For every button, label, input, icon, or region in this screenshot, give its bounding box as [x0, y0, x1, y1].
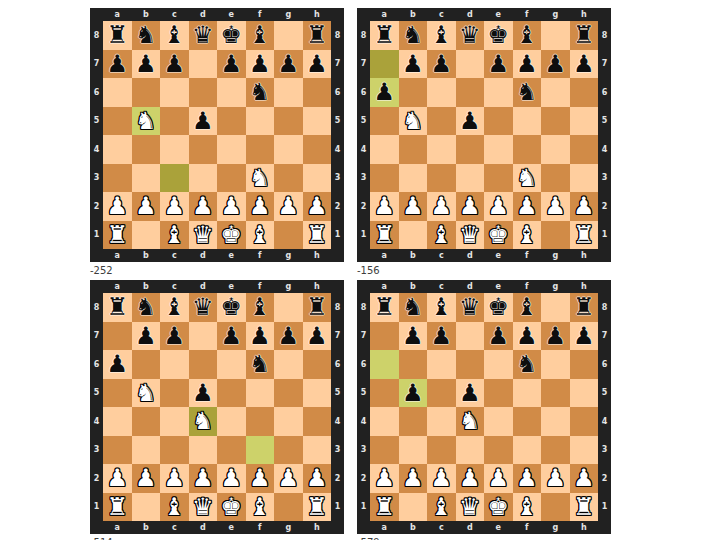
- square-g3: [274, 164, 303, 193]
- black-king: ♚: [487, 23, 509, 47]
- square-d2: ♟: [189, 464, 218, 493]
- square-e3: [217, 164, 246, 193]
- rank-label-5: 5: [331, 107, 344, 136]
- black-bishop: ♝: [430, 295, 452, 319]
- black-queen: ♛: [459, 23, 481, 47]
- square-a2: ♟: [103, 192, 132, 221]
- black-pawn: ♟: [249, 324, 271, 348]
- rank-label-8: 8: [90, 21, 103, 50]
- rank-label-5: 5: [331, 379, 344, 408]
- file-label-b: b: [132, 521, 161, 534]
- square-e7: ♟: [484, 322, 513, 351]
- black-pawn: ♟: [277, 52, 299, 76]
- square-c5: [427, 379, 456, 408]
- square-f3: ♞: [246, 164, 275, 193]
- black-rook: ♜: [306, 23, 328, 47]
- square-d6: [189, 78, 218, 107]
- square-e7: ♟: [217, 50, 246, 79]
- file-label-b: b: [399, 8, 428, 21]
- square-d1: ♛: [189, 493, 218, 522]
- square-f1: ♝: [246, 221, 275, 250]
- white-pawn: ♟: [573, 194, 595, 218]
- square-b2: ♟: [132, 192, 161, 221]
- rank-label-7: 7: [90, 322, 103, 351]
- white-pawn: ♟: [135, 466, 157, 490]
- square-e8: ♚: [484, 21, 513, 50]
- square-d1: ♛: [456, 221, 485, 250]
- board-margin-corner: [331, 521, 344, 534]
- square-g6: [541, 350, 570, 379]
- square-g7: ♟: [541, 322, 570, 351]
- square-d8: ♛: [456, 293, 485, 322]
- square-f4: [246, 407, 275, 436]
- rank-label-8: 8: [331, 21, 344, 50]
- square-f1: ♝: [513, 493, 542, 522]
- rank-label-1: 1: [357, 493, 370, 522]
- file-label-h: h: [303, 280, 332, 293]
- square-c5: [160, 379, 189, 408]
- file-label-h: h: [303, 8, 332, 21]
- white-pawn: ♟: [249, 466, 271, 490]
- square-a3: [103, 164, 132, 193]
- black-pawn: ♟: [430, 52, 452, 76]
- square-d8: ♛: [189, 293, 218, 322]
- white-bishop: ♝: [430, 223, 452, 247]
- rank-label-2: 2: [598, 464, 611, 493]
- file-label-g: g: [274, 280, 303, 293]
- square-b3: [399, 436, 428, 465]
- square-a1: ♜: [103, 493, 132, 522]
- square-h4: [570, 407, 599, 436]
- black-pawn: ♟: [544, 324, 566, 348]
- rank-label-2: 2: [357, 464, 370, 493]
- square-a6: ♟: [103, 350, 132, 379]
- rank-label-2: 2: [598, 192, 611, 221]
- file-label-b: b: [132, 8, 161, 21]
- square-h6: [303, 78, 332, 107]
- rank-label-8: 8: [357, 293, 370, 322]
- square-f5: [513, 379, 542, 408]
- square-d6: [456, 78, 485, 107]
- square-d4: ♞: [456, 407, 485, 436]
- file-label-c: c: [160, 8, 189, 21]
- white-pawn: ♟: [163, 466, 185, 490]
- square-h4: [570, 135, 599, 164]
- file-label-h: h: [303, 249, 332, 262]
- white-bishop: ♝: [516, 223, 538, 247]
- square-f6: ♞: [513, 78, 542, 107]
- square-b4: [399, 407, 428, 436]
- white-rook: ♜: [573, 495, 595, 519]
- square-g8: [541, 293, 570, 322]
- file-label-d: d: [456, 249, 485, 262]
- square-e5: [217, 107, 246, 136]
- square-f2: ♟: [246, 192, 275, 221]
- black-pawn: ♟: [163, 52, 185, 76]
- rank-label-5: 5: [598, 107, 611, 136]
- square-g6: [541, 78, 570, 107]
- rank-label-7: 7: [598, 322, 611, 351]
- white-pawn: ♟: [220, 466, 242, 490]
- black-pawn: ♟: [402, 381, 424, 405]
- file-label-e: e: [484, 8, 513, 21]
- rank-label-6: 6: [331, 350, 344, 379]
- board-margin-corner: [331, 249, 344, 262]
- square-h1: ♜: [303, 221, 332, 250]
- square-c7: ♟: [427, 50, 456, 79]
- square-b4: [132, 135, 161, 164]
- board-margin-corner: [331, 8, 344, 21]
- square-e1: ♚: [217, 221, 246, 250]
- file-label-c: c: [427, 280, 456, 293]
- white-king: ♚: [220, 223, 242, 247]
- file-label-c: c: [160, 280, 189, 293]
- square-c6: [160, 78, 189, 107]
- file-label-a: a: [370, 280, 399, 293]
- black-pawn: ♟: [106, 352, 128, 376]
- square-h6: [303, 350, 332, 379]
- square-b8: ♞: [132, 293, 161, 322]
- board-margin-corner: [598, 8, 611, 21]
- black-pawn: ♟: [459, 109, 481, 133]
- white-pawn: ♟: [402, 466, 424, 490]
- square-b5: ♞: [132, 107, 161, 136]
- rank-label-6: 6: [90, 78, 103, 107]
- square-g5: [541, 379, 570, 408]
- square-d7: [189, 50, 218, 79]
- file-label-f: f: [246, 521, 275, 534]
- square-f3: ♞: [513, 164, 542, 193]
- square-b7: ♟: [132, 322, 161, 351]
- square-c7: ♟: [160, 50, 189, 79]
- file-label-f: f: [246, 280, 275, 293]
- square-a6: ♟: [370, 78, 399, 107]
- black-rook: ♜: [573, 23, 595, 47]
- board-margin-corner: [357, 8, 370, 21]
- square-b8: ♞: [132, 21, 161, 50]
- square-h4: [303, 407, 332, 436]
- black-bishop: ♝: [516, 23, 538, 47]
- black-rook: ♜: [573, 295, 595, 319]
- square-a1: ♜: [370, 221, 399, 250]
- board-grid: abcdefgh8♜♞♝♛♚♝♜87♟♟♟♟♟♟♟76♞65♞♟5443♞32♟…: [90, 8, 611, 540]
- white-king: ♚: [220, 495, 242, 519]
- white-pawn: ♟: [306, 194, 328, 218]
- square-a7: [370, 322, 399, 351]
- square-e4: [484, 407, 513, 436]
- file-label-g: g: [541, 280, 570, 293]
- square-g8: [274, 21, 303, 50]
- rank-label-8: 8: [598, 293, 611, 322]
- file-label-c: c: [427, 249, 456, 262]
- file-label-e: e: [217, 521, 246, 534]
- white-pawn: ♟: [573, 466, 595, 490]
- rank-label-6: 6: [357, 78, 370, 107]
- board-margin-corner: [598, 521, 611, 534]
- square-f7: ♟: [246, 50, 275, 79]
- file-label-h: h: [570, 8, 599, 21]
- square-e2: ♟: [484, 192, 513, 221]
- file-label-e: e: [484, 249, 513, 262]
- square-d3: [189, 164, 218, 193]
- black-pawn: ♟: [430, 324, 452, 348]
- black-pawn: ♟: [487, 324, 509, 348]
- square-f5: [246, 107, 275, 136]
- square-h1: ♜: [570, 221, 599, 250]
- square-d8: ♛: [189, 21, 218, 50]
- square-d7: [456, 50, 485, 79]
- file-label-d: d: [456, 521, 485, 534]
- square-e1: ♚: [484, 221, 513, 250]
- square-d1: ♛: [189, 221, 218, 250]
- square-f4: [513, 135, 542, 164]
- file-label-a: a: [370, 521, 399, 534]
- rank-label-4: 4: [598, 407, 611, 436]
- rank-label-8: 8: [331, 293, 344, 322]
- square-b1: [132, 221, 161, 250]
- white-pawn: ♟: [220, 194, 242, 218]
- square-h8: ♜: [303, 293, 332, 322]
- square-a4: [370, 407, 399, 436]
- square-h6: [570, 78, 599, 107]
- square-e5: [217, 379, 246, 408]
- square-h2: ♟: [570, 464, 599, 493]
- file-label-a: a: [103, 8, 132, 21]
- board-margin-corner: [598, 280, 611, 293]
- white-pawn: ♟: [192, 194, 214, 218]
- black-pawn: ♟: [135, 324, 157, 348]
- square-e8: ♚: [217, 21, 246, 50]
- white-knight: ♞: [516, 166, 538, 190]
- white-rook: ♜: [373, 495, 395, 519]
- square-h2: ♟: [570, 192, 599, 221]
- square-f8: ♝: [246, 293, 275, 322]
- square-g7: ♟: [274, 50, 303, 79]
- evaluation-caption: -156: [357, 265, 611, 280]
- white-pawn: ♟: [277, 194, 299, 218]
- square-d3: [456, 436, 485, 465]
- square-f5: [246, 379, 275, 408]
- square-c4: [160, 407, 189, 436]
- black-pawn: ♟: [459, 381, 481, 405]
- file-label-g: g: [274, 249, 303, 262]
- square-a8: ♜: [370, 21, 399, 50]
- black-knight: ♞: [135, 23, 157, 47]
- square-g3: [541, 164, 570, 193]
- file-label-b: b: [399, 521, 428, 534]
- square-a1: ♜: [103, 221, 132, 250]
- square-h1: ♜: [570, 493, 599, 522]
- black-rook: ♜: [373, 295, 395, 319]
- board-margin-corner: [357, 521, 370, 534]
- white-pawn: ♟: [516, 194, 538, 218]
- rank-label-6: 6: [90, 350, 103, 379]
- square-g1: [541, 493, 570, 522]
- square-b2: ♟: [399, 192, 428, 221]
- square-e2: ♟: [484, 464, 513, 493]
- square-b6: [399, 350, 428, 379]
- square-d4: [456, 135, 485, 164]
- square-b5: ♞: [399, 107, 428, 136]
- square-e5: [484, 107, 513, 136]
- square-g7: ♟: [541, 50, 570, 79]
- file-label-c: c: [427, 8, 456, 21]
- rank-label-1: 1: [598, 221, 611, 250]
- file-label-e: e: [217, 280, 246, 293]
- black-pawn: ♟: [163, 324, 185, 348]
- file-label-d: d: [189, 8, 218, 21]
- square-g2: ♟: [541, 192, 570, 221]
- black-bishop: ♝: [163, 23, 185, 47]
- square-c4: [427, 135, 456, 164]
- file-label-e: e: [484, 521, 513, 534]
- white-pawn: ♟: [373, 466, 395, 490]
- square-d3: [456, 164, 485, 193]
- square-b6: [132, 350, 161, 379]
- file-label-h: h: [570, 249, 599, 262]
- square-g6: [274, 350, 303, 379]
- file-label-g: g: [274, 521, 303, 534]
- white-rook: ♜: [373, 223, 395, 247]
- square-h5: [303, 107, 332, 136]
- square-c7: ♟: [160, 322, 189, 351]
- board-margin-corner: [598, 249, 611, 262]
- square-g1: [541, 221, 570, 250]
- square-g2: ♟: [541, 464, 570, 493]
- white-rook: ♜: [306, 495, 328, 519]
- square-f5: [513, 107, 542, 136]
- square-g1: [274, 221, 303, 250]
- rank-label-1: 1: [331, 221, 344, 250]
- black-pawn: ♟: [192, 381, 214, 405]
- square-g4: [274, 407, 303, 436]
- square-b2: ♟: [399, 464, 428, 493]
- square-f2: ♟: [513, 192, 542, 221]
- square-c8: ♝: [427, 293, 456, 322]
- square-e4: [217, 135, 246, 164]
- square-d3: [189, 436, 218, 465]
- square-c8: ♝: [427, 21, 456, 50]
- file-label-d: d: [189, 280, 218, 293]
- square-h8: ♜: [570, 293, 599, 322]
- black-pawn: ♟: [277, 324, 299, 348]
- square-g2: ♟: [274, 192, 303, 221]
- square-f3: [246, 436, 275, 465]
- black-king: ♚: [487, 295, 509, 319]
- square-e8: ♚: [484, 293, 513, 322]
- white-rook: ♜: [106, 223, 128, 247]
- file-label-h: h: [303, 521, 332, 534]
- rank-label-5: 5: [357, 379, 370, 408]
- rank-label-7: 7: [331, 50, 344, 79]
- black-king: ♚: [220, 23, 242, 47]
- square-b2: ♟: [132, 464, 161, 493]
- square-h5: [570, 107, 599, 136]
- black-rook: ♜: [106, 23, 128, 47]
- rank-label-5: 5: [357, 107, 370, 136]
- square-a3: [103, 436, 132, 465]
- board-figure-top-right: abcdefgh8♜♞♝♛♚♝♜87♟♟♟♟♟♟76♟♞65♞♟5443♞32♟…: [357, 8, 611, 280]
- file-label-g: g: [541, 249, 570, 262]
- square-e3: [484, 164, 513, 193]
- rank-label-1: 1: [90, 493, 103, 522]
- rank-label-2: 2: [90, 192, 103, 221]
- square-h5: [303, 379, 332, 408]
- square-c6: [427, 350, 456, 379]
- file-label-a: a: [103, 249, 132, 262]
- file-label-c: c: [427, 521, 456, 534]
- square-d6: [189, 350, 218, 379]
- white-king: ♚: [487, 223, 509, 247]
- file-label-a: a: [370, 8, 399, 21]
- square-c1: ♝: [160, 221, 189, 250]
- square-c6: [160, 350, 189, 379]
- square-g5: [541, 107, 570, 136]
- board-figure-top-left: abcdefgh8♜♞♝♛♚♝♜87♟♟♟♟♟♟♟76♞65♞♟5443♞32♟…: [90, 8, 344, 280]
- square-b3: [132, 164, 161, 193]
- square-h6: [570, 350, 599, 379]
- white-queen: ♛: [459, 495, 481, 519]
- square-a5: [370, 379, 399, 408]
- white-pawn: ♟: [544, 194, 566, 218]
- square-c8: ♝: [160, 21, 189, 50]
- square-e3: [484, 436, 513, 465]
- black-pawn: ♟: [373, 80, 395, 104]
- rank-label-6: 6: [357, 350, 370, 379]
- square-c4: [427, 407, 456, 436]
- square-e4: [217, 407, 246, 436]
- white-pawn: ♟: [516, 466, 538, 490]
- file-label-b: b: [132, 280, 161, 293]
- square-g4: [274, 135, 303, 164]
- square-c7: ♟: [427, 322, 456, 351]
- black-queen: ♛: [192, 295, 214, 319]
- square-g4: [541, 407, 570, 436]
- black-pawn: ♟: [544, 52, 566, 76]
- board-margin-corner: [90, 8, 103, 21]
- square-f2: ♟: [513, 464, 542, 493]
- black-knight: ♞: [402, 295, 424, 319]
- white-pawn: ♟: [487, 466, 509, 490]
- square-f6: ♞: [246, 350, 275, 379]
- square-e7: ♟: [217, 322, 246, 351]
- white-pawn: ♟: [277, 466, 299, 490]
- board-margin-corner: [357, 280, 370, 293]
- black-bishop: ♝: [249, 23, 271, 47]
- black-knight: ♞: [249, 352, 271, 376]
- black-queen: ♛: [459, 295, 481, 319]
- square-c1: ♝: [160, 493, 189, 522]
- chess-board-bottom-left: abcdefgh8♜♞♝♛♚♝♜87♟♟♟♟♟♟76♟♞65♞♟54♞4332♟…: [90, 280, 344, 534]
- file-label-d: d: [189, 249, 218, 262]
- rank-label-4: 4: [331, 407, 344, 436]
- board-margin-corner: [90, 249, 103, 262]
- file-label-f: f: [513, 8, 542, 21]
- square-a7: ♟: [103, 50, 132, 79]
- square-b5: ♞: [132, 379, 161, 408]
- square-h2: ♟: [303, 464, 332, 493]
- square-d6: [456, 350, 485, 379]
- square-e2: ♟: [217, 464, 246, 493]
- white-rook: ♜: [306, 223, 328, 247]
- white-knight: ♞: [135, 381, 157, 405]
- file-label-a: a: [103, 280, 132, 293]
- square-e6: [484, 350, 513, 379]
- white-pawn: ♟: [106, 466, 128, 490]
- square-h5: [570, 379, 599, 408]
- black-pawn: ♟: [220, 324, 242, 348]
- square-f6: ♞: [246, 78, 275, 107]
